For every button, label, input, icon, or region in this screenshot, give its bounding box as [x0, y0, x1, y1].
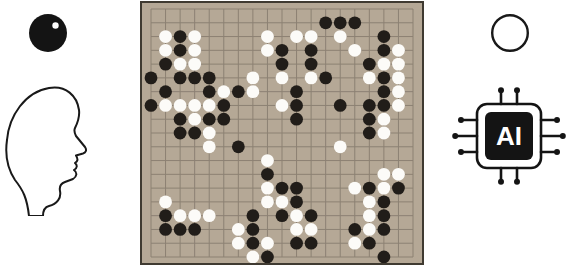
white-stone: [261, 237, 274, 250]
black-stone: [377, 30, 390, 43]
white-stone: [348, 182, 361, 195]
black-stone: [174, 223, 187, 236]
black-stone: [377, 71, 390, 84]
black-stone: [174, 113, 187, 126]
black-stone: [290, 85, 303, 98]
white-go-stone-icon: [490, 13, 530, 53]
black-stone: [319, 71, 332, 84]
white-stone: [363, 209, 376, 222]
white-stone: [305, 223, 318, 236]
black-stone: [290, 99, 303, 112]
black-stone: [363, 113, 376, 126]
black-stone: [319, 16, 332, 29]
white-stone: [392, 99, 405, 112]
white-stone: [392, 71, 405, 84]
black-stone: [290, 195, 303, 208]
white-stone: [232, 237, 245, 250]
white-stone: [377, 58, 390, 71]
black-stone: [276, 58, 289, 71]
black-stone: [246, 237, 259, 250]
white-stone: [261, 195, 274, 208]
black-stone: [305, 237, 318, 250]
white-stone: [392, 85, 405, 98]
white-stone: [232, 223, 245, 236]
black-stone: [203, 85, 216, 98]
white-stone-body: [492, 15, 528, 51]
go-board: [140, 1, 424, 265]
black-stone: [232, 140, 245, 153]
black-stone: [261, 168, 274, 181]
white-stone: [203, 127, 216, 140]
black-stone: [363, 99, 376, 112]
white-stone: [305, 71, 318, 84]
white-stone: [377, 182, 390, 195]
black-stone: [159, 58, 172, 71]
white-stone: [334, 30, 347, 43]
human-head-icon: [3, 84, 93, 216]
white-stone: [203, 209, 216, 222]
white-stone: [217, 85, 230, 98]
black-stone: [145, 71, 158, 84]
white-stone: [261, 44, 274, 57]
black-stone: [276, 182, 289, 195]
black-stone: [348, 16, 361, 29]
white-stone: [377, 127, 390, 140]
white-stone: [203, 140, 216, 153]
black-stone: [377, 99, 390, 112]
stones: [145, 16, 405, 263]
black-stone: [334, 16, 347, 29]
black-stone: [392, 182, 405, 195]
head-outline-path: [6, 88, 86, 216]
black-stone: [217, 99, 230, 112]
white-stone: [188, 44, 201, 57]
black-stone: [203, 113, 216, 126]
white-stone: [188, 209, 201, 222]
white-stone: [392, 168, 405, 181]
white-stone: [246, 71, 259, 84]
black-stone: [363, 127, 376, 140]
black-stone: [188, 223, 201, 236]
black-stone: [276, 209, 289, 222]
black-stone: [174, 44, 187, 57]
black-stone: [188, 127, 201, 140]
black-stone: [305, 58, 318, 71]
black-stone: [334, 99, 347, 112]
black-stone: [377, 209, 390, 222]
black-stone: [276, 44, 289, 57]
white-stone: [363, 71, 376, 84]
black-go-stone-icon: [28, 13, 68, 53]
black-stone: [203, 71, 216, 84]
black-stone: [145, 99, 158, 112]
black-stone: [377, 223, 390, 236]
black-stone: [159, 85, 172, 98]
black-stone: [290, 113, 303, 126]
black-stone: [159, 209, 172, 222]
ai-chip-label: AI: [496, 121, 522, 151]
white-stone: [203, 99, 216, 112]
black-stone: [290, 237, 303, 250]
white-stone: [188, 113, 201, 126]
white-stone: [276, 71, 289, 84]
white-stone: [174, 58, 187, 71]
black-stone: [377, 44, 390, 57]
white-stone: [334, 140, 347, 153]
white-stone: [276, 195, 289, 208]
white-stone: [159, 195, 172, 208]
white-stone: [377, 113, 390, 126]
white-stone: [377, 168, 390, 181]
white-stone: [348, 44, 361, 57]
black-stone: [217, 113, 230, 126]
go-board-grid-and-stones: [142, 3, 422, 263]
black-stone: [363, 58, 376, 71]
black-stone: [377, 195, 390, 208]
black-stone: [174, 71, 187, 84]
white-stone: [392, 58, 405, 71]
black-stone: [174, 127, 187, 140]
black-stone: [159, 223, 172, 236]
white-stone: [188, 30, 201, 43]
white-stone: [261, 182, 274, 195]
black-stone: [246, 223, 259, 236]
white-stone: [276, 99, 289, 112]
white-stone: [159, 44, 172, 57]
white-stone: [363, 195, 376, 208]
black-stone: [261, 251, 274, 263]
black-stone: [377, 85, 390, 98]
white-stone: [290, 209, 303, 222]
black-stone: [174, 30, 187, 43]
white-stone: [246, 251, 259, 263]
black-stone: [377, 251, 390, 263]
black-stone: [246, 209, 259, 222]
black-stone: [305, 44, 318, 57]
white-stone: [188, 58, 201, 71]
black-stone: [348, 223, 361, 236]
black-stone: [290, 182, 303, 195]
white-stone: [392, 44, 405, 57]
black-stone-body: [29, 14, 67, 52]
white-stone: [174, 209, 187, 222]
white-stone: [261, 30, 274, 43]
white-stone: [305, 30, 318, 43]
black-stone: [305, 209, 318, 222]
white-stone: [363, 223, 376, 236]
black-stone: [188, 71, 201, 84]
black-stone: [363, 182, 376, 195]
white-stone: [159, 30, 172, 43]
white-stone: [159, 99, 172, 112]
white-stone: [290, 30, 303, 43]
stone-highlight: [52, 22, 58, 28]
black-stone: [363, 237, 376, 250]
white-stone: [188, 99, 201, 112]
white-stone: [246, 85, 259, 98]
white-stone: [261, 154, 274, 167]
ai-chip-icon: AI: [451, 84, 567, 196]
white-stone: [290, 223, 303, 236]
black-stone: [232, 85, 245, 98]
white-stone: [348, 237, 361, 250]
go-vs-ai-illustration: AI: [0, 0, 570, 267]
white-stone: [174, 99, 187, 112]
